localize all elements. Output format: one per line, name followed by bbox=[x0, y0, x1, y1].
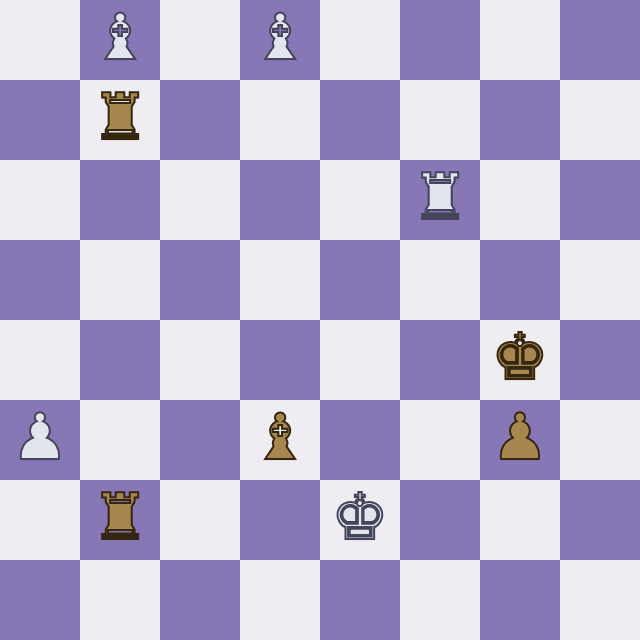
square-c4[interactable] bbox=[160, 320, 240, 400]
square-b2[interactable]: ♜ bbox=[80, 480, 160, 560]
square-a5[interactable] bbox=[0, 240, 80, 320]
square-f7[interactable] bbox=[400, 80, 480, 160]
square-h3[interactable] bbox=[560, 400, 640, 480]
square-f3[interactable] bbox=[400, 400, 480, 480]
square-h7[interactable] bbox=[560, 80, 640, 160]
square-a2[interactable] bbox=[0, 480, 80, 560]
square-e4[interactable] bbox=[320, 320, 400, 400]
square-d2[interactable] bbox=[240, 480, 320, 560]
square-b5[interactable] bbox=[80, 240, 160, 320]
square-f5[interactable] bbox=[400, 240, 480, 320]
square-d4[interactable] bbox=[240, 320, 320, 400]
white-pawn[interactable]: ♟ bbox=[11, 397, 68, 477]
square-f4[interactable] bbox=[400, 320, 480, 400]
white-king[interactable]: ♚ bbox=[331, 477, 388, 557]
square-c3[interactable] bbox=[160, 400, 240, 480]
square-h8[interactable] bbox=[560, 0, 640, 80]
square-e3[interactable] bbox=[320, 400, 400, 480]
square-b8[interactable]: ♝ bbox=[80, 0, 160, 80]
white-bishop[interactable]: ♝ bbox=[251, 0, 308, 77]
square-e7[interactable] bbox=[320, 80, 400, 160]
square-d6[interactable] bbox=[240, 160, 320, 240]
square-b4[interactable] bbox=[80, 320, 160, 400]
square-c5[interactable] bbox=[160, 240, 240, 320]
white-rook[interactable]: ♜ bbox=[411, 157, 468, 237]
square-h4[interactable] bbox=[560, 320, 640, 400]
square-a6[interactable] bbox=[0, 160, 80, 240]
black-rook[interactable]: ♜ bbox=[91, 477, 148, 557]
square-g8[interactable] bbox=[480, 0, 560, 80]
square-g4[interactable]: ♚ bbox=[480, 320, 560, 400]
square-h2[interactable] bbox=[560, 480, 640, 560]
square-d1[interactable] bbox=[240, 560, 320, 640]
square-a4[interactable] bbox=[0, 320, 80, 400]
square-f8[interactable] bbox=[400, 0, 480, 80]
square-f1[interactable] bbox=[400, 560, 480, 640]
square-e5[interactable] bbox=[320, 240, 400, 320]
square-c7[interactable] bbox=[160, 80, 240, 160]
square-g2[interactable] bbox=[480, 480, 560, 560]
square-a8[interactable] bbox=[0, 0, 80, 80]
black-pawn[interactable]: ♟ bbox=[491, 397, 548, 477]
square-g1[interactable] bbox=[480, 560, 560, 640]
square-g6[interactable] bbox=[480, 160, 560, 240]
square-a7[interactable] bbox=[0, 80, 80, 160]
chess-board: ♝♝♜♜♚♟♝♟♜♚ bbox=[0, 0, 640, 640]
square-g3[interactable]: ♟ bbox=[480, 400, 560, 480]
square-b6[interactable] bbox=[80, 160, 160, 240]
square-h1[interactable] bbox=[560, 560, 640, 640]
square-h5[interactable] bbox=[560, 240, 640, 320]
square-a3[interactable]: ♟ bbox=[0, 400, 80, 480]
square-b1[interactable] bbox=[80, 560, 160, 640]
square-c6[interactable] bbox=[160, 160, 240, 240]
square-d3[interactable]: ♝ bbox=[240, 400, 320, 480]
square-c2[interactable] bbox=[160, 480, 240, 560]
square-g5[interactable] bbox=[480, 240, 560, 320]
square-b3[interactable] bbox=[80, 400, 160, 480]
square-h6[interactable] bbox=[560, 160, 640, 240]
square-c8[interactable] bbox=[160, 0, 240, 80]
square-g7[interactable] bbox=[480, 80, 560, 160]
square-e6[interactable] bbox=[320, 160, 400, 240]
square-f6[interactable]: ♜ bbox=[400, 160, 480, 240]
square-e2[interactable]: ♚ bbox=[320, 480, 400, 560]
square-e8[interactable] bbox=[320, 0, 400, 80]
black-rook[interactable]: ♜ bbox=[91, 77, 148, 157]
square-d7[interactable] bbox=[240, 80, 320, 160]
square-b7[interactable]: ♜ bbox=[80, 80, 160, 160]
square-e1[interactable] bbox=[320, 560, 400, 640]
black-king[interactable]: ♚ bbox=[491, 317, 548, 397]
white-bishop[interactable]: ♝ bbox=[91, 0, 148, 77]
square-d8[interactable]: ♝ bbox=[240, 0, 320, 80]
square-a1[interactable] bbox=[0, 560, 80, 640]
square-d5[interactable] bbox=[240, 240, 320, 320]
black-bishop[interactable]: ♝ bbox=[251, 397, 308, 477]
square-c1[interactable] bbox=[160, 560, 240, 640]
square-f2[interactable] bbox=[400, 480, 480, 560]
